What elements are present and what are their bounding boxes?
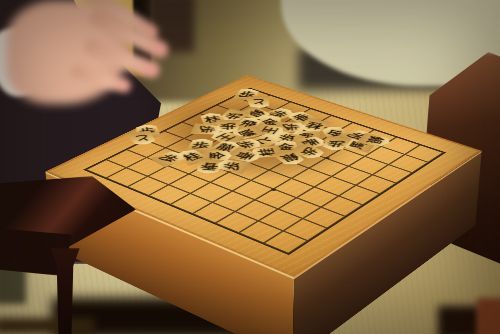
grid-square[interactable] — [332, 166, 372, 185]
grid-square[interactable] — [372, 164, 412, 183]
grid-square[interactable] — [193, 202, 236, 223]
grid-square[interactable] — [315, 176, 356, 195]
floor-shadow — [0, 318, 94, 334]
grid-square[interactable] — [320, 196, 362, 217]
grid-square[interactable] — [210, 172, 251, 191]
hoshi-point — [203, 162, 210, 165]
grid-square[interactable] — [283, 219, 327, 241]
grid-square[interactable] — [216, 211, 259, 232]
grid-square[interactable] — [191, 182, 233, 202]
grid-square[interactable] — [188, 164, 228, 183]
grid-square[interactable] — [274, 178, 315, 197]
grid-square[interactable] — [259, 209, 302, 230]
grid-square[interactable] — [269, 160, 309, 178]
grid-square[interactable] — [239, 221, 283, 243]
grid-square[interactable] — [263, 230, 307, 253]
grid-square[interactable] — [338, 185, 379, 205]
grid-square[interactable] — [213, 191, 255, 211]
grid-square[interactable] — [127, 176, 168, 195]
grid-square[interactable] — [232, 180, 273, 200]
board-leg — [438, 306, 482, 334]
grid-square[interactable] — [170, 193, 212, 213]
grid-square[interactable] — [107, 168, 148, 187]
grid-square[interactable] — [236, 200, 279, 221]
stand-foot — [477, 298, 500, 334]
photo-scene: 歩香桂銀金歩角歩飛玉歩香桂歩銀と金歩歩王歩桂銀龍香歩と金歩馬歩銀歩金桂香歩歩と歩 — [0, 0, 500, 334]
shogi-piece[interactable]: と — [245, 96, 272, 109]
grid-square[interactable] — [87, 160, 128, 178]
grid-square[interactable] — [278, 198, 320, 219]
grid-square[interactable] — [229, 162, 269, 181]
grid-square[interactable] — [356, 175, 397, 194]
grid-square[interactable] — [251, 170, 292, 189]
grid-square[interactable] — [169, 174, 210, 193]
grid-square[interactable] — [297, 187, 339, 207]
grid-square[interactable] — [148, 166, 189, 185]
grid-square[interactable] — [255, 189, 297, 209]
grid-square[interactable] — [302, 207, 345, 228]
grid-square[interactable] — [149, 184, 191, 204]
hoshi-point — [270, 188, 277, 191]
grid-square[interactable] — [292, 168, 332, 187]
